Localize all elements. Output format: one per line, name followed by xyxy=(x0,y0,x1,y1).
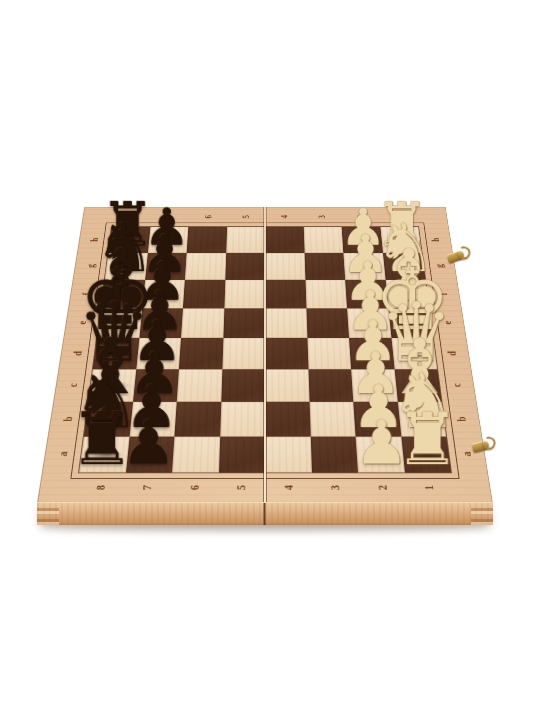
square-h5 xyxy=(226,227,265,253)
coord-top-8: 8 xyxy=(123,212,140,222)
square-a7 xyxy=(126,436,175,472)
square-b4 xyxy=(265,402,310,436)
coord-top-2: 2 xyxy=(352,212,369,222)
square-b7 xyxy=(129,402,177,436)
square-a6 xyxy=(172,436,220,472)
coord-top-5: 5 xyxy=(238,212,254,222)
coord-left-d: d xyxy=(68,347,88,360)
square-g2 xyxy=(343,253,385,280)
coord-top-3: 3 xyxy=(314,212,331,222)
square-a1 xyxy=(401,436,451,472)
coord-left-e: e xyxy=(73,317,92,330)
perspective-scene: 8765432187654321hgfedcbahgfedcba ♜♟♟♜♞♟♟… xyxy=(37,47,493,503)
coord-right-c: c xyxy=(447,378,467,392)
coord-top-6: 6 xyxy=(200,212,217,222)
square-d2 xyxy=(349,338,394,369)
square-e8 xyxy=(97,308,142,338)
square-h1 xyxy=(380,227,422,253)
coord-left-b: b xyxy=(58,412,79,427)
square-a3 xyxy=(310,436,358,472)
square-f4 xyxy=(265,280,306,308)
coord-top-1: 1 xyxy=(389,212,406,222)
fold-seam xyxy=(263,207,267,503)
coord-left-h: h xyxy=(86,234,104,245)
coord-right-b: b xyxy=(451,412,472,427)
square-f5 xyxy=(224,280,265,308)
coord-right-g: g xyxy=(430,260,448,271)
square-e3 xyxy=(306,308,349,338)
square-f3 xyxy=(305,280,347,308)
square-e7 xyxy=(139,308,183,338)
square-e4 xyxy=(265,308,307,338)
coord-bottom-7: 7 xyxy=(137,480,158,496)
square-d3 xyxy=(307,338,351,369)
coord-left-c: c xyxy=(63,378,83,392)
square-h3 xyxy=(303,227,343,253)
finger-joint-right xyxy=(471,503,493,525)
square-b8 xyxy=(84,402,133,436)
square-f7 xyxy=(142,280,185,308)
coord-left-f: f xyxy=(77,288,96,300)
square-h4 xyxy=(265,227,304,253)
square-b6 xyxy=(174,402,220,436)
coord-left-g: g xyxy=(81,260,99,271)
product-photo: 8765432187654321hgfedcbahgfedcba ♜♟♟♜♞♟♟… xyxy=(0,0,540,720)
square-b1 xyxy=(397,402,446,436)
square-h6 xyxy=(187,227,227,253)
coord-right-h: h xyxy=(427,234,445,245)
square-b3 xyxy=(309,402,355,436)
coord-bottom-3: 3 xyxy=(325,480,346,496)
square-f1 xyxy=(385,280,429,308)
square-d1 xyxy=(391,338,437,369)
coord-bottom-1: 1 xyxy=(419,480,441,496)
box-side-panel xyxy=(37,502,493,525)
chess-board: 8765432187654321hgfedcbahgfedcba ♜♟♟♜♞♟♟… xyxy=(37,207,493,503)
square-a8 xyxy=(79,436,129,472)
coord-bottom-5: 5 xyxy=(231,480,251,496)
square-g3 xyxy=(304,253,345,280)
coord-bottom-8: 8 xyxy=(90,480,112,496)
square-c5 xyxy=(221,369,265,402)
square-d8 xyxy=(93,338,139,369)
square-g4 xyxy=(265,253,305,280)
coord-top-7: 7 xyxy=(162,212,179,222)
square-h2 xyxy=(342,227,383,253)
finger-joint-left xyxy=(37,503,59,525)
square-a4 xyxy=(265,436,311,472)
square-b2 xyxy=(353,402,401,436)
coord-right-f: f xyxy=(434,288,453,300)
square-g8 xyxy=(105,253,148,280)
square-g1 xyxy=(383,253,426,280)
coord-bottom-4: 4 xyxy=(279,480,299,496)
square-d5 xyxy=(222,338,265,369)
square-h8 xyxy=(108,227,150,253)
square-g7 xyxy=(145,253,187,280)
square-b5 xyxy=(220,402,265,436)
side-hinge-gap xyxy=(263,503,266,525)
coord-right-d: d xyxy=(442,347,462,360)
square-d6 xyxy=(179,338,223,369)
square-c8 xyxy=(88,369,135,402)
coord-bottom-6: 6 xyxy=(184,480,205,496)
board-frame: 8765432187654321hgfedcbahgfedcba xyxy=(37,207,493,503)
square-c6 xyxy=(177,369,222,402)
square-e6 xyxy=(181,308,224,338)
square-h7 xyxy=(147,227,188,253)
square-c1 xyxy=(394,369,441,402)
square-e2 xyxy=(347,308,391,338)
square-a2 xyxy=(356,436,405,472)
square-g5 xyxy=(225,253,265,280)
square-c2 xyxy=(351,369,397,402)
coord-bottom-2: 2 xyxy=(372,480,393,496)
square-c7 xyxy=(133,369,179,402)
square-a5 xyxy=(219,436,265,472)
coord-right-e: e xyxy=(438,317,457,330)
square-c3 xyxy=(308,369,353,402)
coord-top-4: 4 xyxy=(276,212,292,222)
square-e1 xyxy=(388,308,433,338)
square-f2 xyxy=(345,280,388,308)
square-g6 xyxy=(185,253,226,280)
square-f8 xyxy=(101,280,145,308)
square-f6 xyxy=(183,280,225,308)
coord-left-a: a xyxy=(52,447,74,462)
square-d4 xyxy=(265,338,308,369)
square-c4 xyxy=(265,369,309,402)
square-e5 xyxy=(223,308,265,338)
square-d7 xyxy=(136,338,181,369)
